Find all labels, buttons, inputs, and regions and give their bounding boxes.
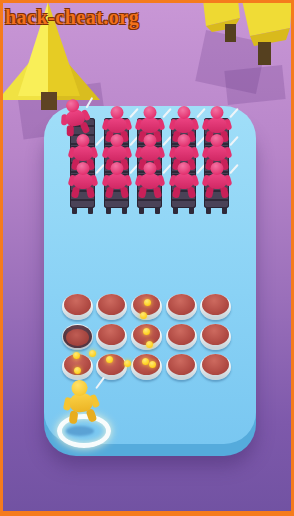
- sword-icon: [95, 377, 105, 390]
- crowd-member-body: [74, 145, 93, 161]
- push-button-cap: [202, 294, 229, 315]
- crowd-member-body: [107, 117, 126, 133]
- crowd-member-body: [141, 117, 160, 133]
- push-button[interactable]: [96, 294, 127, 320]
- push-button[interactable]: [62, 324, 93, 350]
- push-button-cap: [168, 294, 195, 315]
- crowd-member-body: [141, 145, 160, 161]
- player-figure: [61, 378, 101, 426]
- crowd-member-body: [107, 173, 126, 189]
- coin: [140, 312, 147, 319]
- crowd-member-body: [174, 145, 193, 161]
- watermark-text: hack-cheat.org: [5, 6, 139, 29]
- crowd-member-body: [107, 145, 126, 161]
- crowd-column: [167, 94, 201, 212]
- crowd-member-head: [77, 134, 90, 147]
- push-button[interactable]: [96, 324, 127, 350]
- crowd-column: [100, 94, 134, 212]
- crowd-member-head: [177, 106, 190, 119]
- crowd-member-head: [211, 134, 224, 147]
- crowd-member-head: [110, 106, 123, 119]
- push-button-cap: [168, 324, 195, 345]
- crowd-member-head: [144, 106, 157, 119]
- coin: [74, 367, 81, 374]
- push-button-cap: [202, 324, 229, 345]
- crowd-member-head: [211, 106, 224, 119]
- push-button[interactable]: [166, 294, 197, 320]
- coin: [142, 358, 149, 365]
- push-button[interactable]: [166, 324, 197, 350]
- push-button-cap: [168, 354, 195, 375]
- push-button[interactable]: [166, 354, 197, 380]
- crowd-column: [200, 94, 234, 212]
- coin: [124, 360, 131, 367]
- crowd-member-body: [174, 117, 193, 133]
- crowd-member-head: [77, 162, 90, 175]
- crowd-member: [57, 96, 94, 137]
- crowd-column: [66, 94, 100, 212]
- push-button-cap: [66, 329, 89, 346]
- crowd-member-head: [177, 162, 190, 175]
- crowd-member-body: [141, 173, 160, 189]
- coin: [73, 352, 80, 359]
- crowd-member-head: [144, 162, 157, 175]
- crowd-member-body: [208, 117, 227, 133]
- push-button[interactable]: [200, 324, 231, 350]
- sword-icon: [85, 97, 93, 108]
- coin: [149, 361, 156, 368]
- player-shadow: [66, 426, 94, 436]
- coin: [143, 328, 150, 335]
- crowd-member-head: [144, 134, 157, 147]
- crowd-member: [169, 162, 199, 198]
- crowd-column: [133, 94, 167, 212]
- crowd-member-head: [177, 134, 190, 147]
- crowd-member: [102, 162, 132, 198]
- coin: [89, 350, 96, 357]
- coin: [146, 341, 153, 348]
- game-screen: hack-cheat.org: [0, 0, 294, 516]
- player-leg: [69, 410, 79, 424]
- push-button-cap: [64, 294, 91, 315]
- coin: [106, 356, 113, 363]
- push-button-cap: [202, 354, 229, 375]
- crowd-member-head: [211, 162, 224, 175]
- crowd-member-body: [208, 173, 227, 189]
- crowd-member-body: [74, 173, 93, 189]
- coin: [144, 299, 151, 306]
- crowd-member-body: [208, 145, 227, 161]
- tree-top-right-icon: [198, 0, 294, 70]
- push-button[interactable]: [62, 294, 93, 320]
- push-button[interactable]: [200, 294, 231, 320]
- push-button[interactable]: [200, 354, 231, 380]
- crowd-member-body: [174, 173, 193, 189]
- crowd-grid: [66, 94, 234, 212]
- crowd-member-head: [110, 162, 123, 175]
- crowd-member: [68, 162, 98, 198]
- player-character[interactable]: [56, 378, 106, 442]
- crowd-member: [202, 162, 232, 198]
- crowd-member: [135, 162, 165, 198]
- crowd-member-head: [110, 134, 123, 147]
